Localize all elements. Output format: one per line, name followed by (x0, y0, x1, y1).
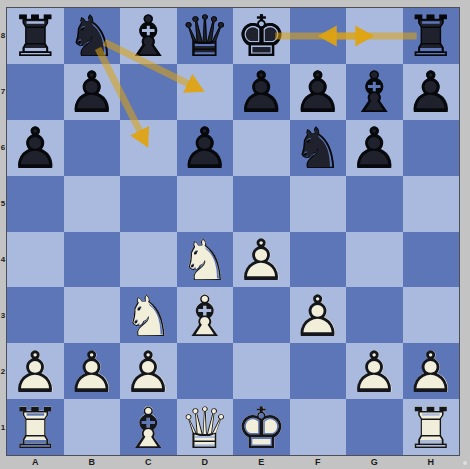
square-f6[interactable]: ♞♘ (290, 120, 347, 176)
piece-glyph-outline: ♗ (346, 65, 403, 121)
white-pawn-c2[interactable]: ♟♙ (120, 343, 177, 399)
file-label-h: H (421, 456, 441, 468)
square-a4[interactable] (7, 232, 64, 288)
piece-glyph-fill: ♟ (64, 344, 121, 400)
square-d1[interactable]: ♛♕ (177, 399, 234, 455)
white-rook-a1[interactable]: ♜♖ (7, 399, 64, 455)
file-label-g: G (364, 456, 384, 468)
square-e3[interactable] (233, 287, 290, 343)
file-label-c: C (138, 456, 158, 468)
square-e5[interactable] (233, 176, 290, 232)
piece-glyph-fill: ♝ (346, 65, 403, 121)
piece-glyph-outline: ♖ (403, 9, 460, 65)
square-e8[interactable]: ♚♔ (233, 8, 290, 64)
white-pawn-e4[interactable]: ♟♙ (233, 232, 290, 288)
white-bishop-c1[interactable]: ♝♗ (120, 399, 177, 455)
square-c1[interactable]: ♝♗ (120, 399, 177, 455)
square-c5[interactable] (120, 176, 177, 232)
piece-glyph-outline: ♕ (177, 9, 234, 65)
piece-glyph-fill: ♟ (403, 65, 460, 121)
rank-label-4: 4 (0, 255, 6, 264)
square-g1[interactable] (346, 399, 403, 455)
black-pawn-e7[interactable]: ♟♙ (233, 64, 290, 120)
square-g8[interactable] (346, 8, 403, 64)
piece-glyph-outline: ♖ (7, 400, 64, 456)
white-pawn-g2[interactable]: ♟♙ (346, 343, 403, 399)
piece-glyph-fill: ♞ (64, 9, 121, 65)
resize-grip-dot (463, 461, 467, 465)
black-bishop-c8[interactable]: ♝♗ (120, 8, 177, 64)
file-label-d: D (195, 456, 215, 468)
square-h5[interactable] (403, 176, 460, 232)
piece-glyph-outline: ♔ (233, 9, 290, 65)
piece-glyph-outline: ♗ (177, 288, 234, 344)
square-d3[interactable]: ♝♗ (177, 287, 234, 343)
piece-glyph-fill: ♜ (7, 400, 64, 456)
square-f3[interactable]: ♟♙ (290, 287, 347, 343)
square-b6[interactable] (64, 120, 121, 176)
piece-glyph-outline: ♙ (7, 344, 64, 400)
piece-glyph-outline: ♙ (403, 344, 460, 400)
piece-glyph-fill: ♜ (403, 9, 460, 65)
square-b4[interactable] (64, 232, 121, 288)
piece-glyph-fill: ♟ (7, 121, 64, 177)
piece-glyph-outline: ♘ (177, 233, 234, 289)
white-knight-c3[interactable]: ♞♘ (120, 287, 177, 343)
piece-glyph-outline: ♙ (233, 65, 290, 121)
black-rook-a8[interactable]: ♜♖ (7, 8, 64, 64)
piece-glyph-outline: ♘ (64, 9, 121, 65)
piece-glyph-fill: ♞ (177, 233, 234, 289)
black-pawn-d6[interactable]: ♟♙ (177, 120, 234, 176)
rank-label-2: 2 (0, 367, 6, 376)
piece-glyph-outline: ♗ (120, 9, 177, 65)
square-d6[interactable]: ♟♙ (177, 120, 234, 176)
piece-glyph-outline: ♔ (233, 400, 290, 456)
square-d5[interactable] (177, 176, 234, 232)
square-h4[interactable] (403, 232, 460, 288)
piece-glyph-outline: ♙ (290, 288, 347, 344)
black-pawn-g6[interactable]: ♟♙ (346, 120, 403, 176)
piece-glyph-outline: ♙ (64, 65, 121, 121)
square-g6[interactable]: ♟♙ (346, 120, 403, 176)
piece-glyph-fill: ♟ (403, 344, 460, 400)
rank-label-3: 3 (0, 311, 6, 320)
square-b3[interactable] (64, 287, 121, 343)
rank-label-5: 5 (0, 199, 6, 208)
square-h7[interactable]: ♟♙ (403, 64, 460, 120)
white-pawn-f3[interactable]: ♟♙ (290, 287, 347, 343)
file-label-f: F (308, 456, 328, 468)
piece-glyph-outline: ♖ (403, 400, 460, 456)
square-b8[interactable]: ♞♘ (64, 8, 121, 64)
square-h3[interactable] (403, 287, 460, 343)
square-d7[interactable] (177, 64, 234, 120)
piece-glyph-outline: ♙ (290, 65, 347, 121)
piece-glyph-outline: ♙ (7, 121, 64, 177)
piece-glyph-outline: ♙ (346, 121, 403, 177)
piece-glyph-fill: ♝ (120, 400, 177, 456)
white-king-e1[interactable]: ♚♔ (233, 399, 290, 455)
square-a8[interactable]: ♜♖ (7, 8, 64, 64)
piece-glyph-fill: ♟ (120, 344, 177, 400)
piece-glyph-fill: ♟ (233, 233, 290, 289)
piece-glyph-fill: ♟ (7, 344, 64, 400)
piece-glyph-outline: ♕ (177, 400, 234, 456)
square-f7[interactable]: ♟♙ (290, 64, 347, 120)
square-c8[interactable]: ♝♗ (120, 8, 177, 64)
square-a3[interactable] (7, 287, 64, 343)
file-label-e: E (251, 456, 271, 468)
piece-glyph-fill: ♟ (233, 65, 290, 121)
black-knight-b8[interactable]: ♞♘ (64, 8, 121, 64)
square-f1[interactable] (290, 399, 347, 455)
piece-glyph-outline: ♙ (120, 344, 177, 400)
black-rook-h8[interactable]: ♜♖ (403, 8, 460, 64)
piece-glyph-fill: ♛ (177, 9, 234, 65)
white-pawn-a2[interactable]: ♟♙ (7, 343, 64, 399)
piece-glyph-fill: ♜ (403, 400, 460, 456)
piece-glyph-outline: ♘ (120, 288, 177, 344)
rank-label-6: 6 (0, 143, 6, 152)
square-e2[interactable] (233, 343, 290, 399)
piece-glyph-fill: ♛ (177, 400, 234, 456)
black-pawn-b7[interactable]: ♟♙ (64, 64, 121, 120)
square-b5[interactable] (64, 176, 121, 232)
square-h8[interactable]: ♜♖ (403, 8, 460, 64)
square-f8[interactable] (290, 8, 347, 64)
piece-glyph-outline: ♙ (403, 65, 460, 121)
piece-glyph-outline: ♖ (7, 9, 64, 65)
piece-glyph-fill: ♞ (120, 288, 177, 344)
black-king-e8[interactable]: ♚♔ (233, 8, 290, 64)
white-knight-d4[interactable]: ♞♘ (177, 232, 234, 288)
piece-glyph-fill: ♟ (290, 65, 347, 121)
square-c2[interactable]: ♟♙ (120, 343, 177, 399)
square-h6[interactable] (403, 120, 460, 176)
square-a1[interactable]: ♜♖ (7, 399, 64, 455)
piece-glyph-fill: ♟ (290, 288, 347, 344)
white-bishop-d3[interactable]: ♝♗ (177, 287, 234, 343)
square-h2[interactable]: ♟♙ (403, 343, 460, 399)
black-pawn-f7[interactable]: ♟♙ (290, 64, 347, 120)
white-pawn-b2[interactable]: ♟♙ (64, 343, 121, 399)
file-label-b: B (82, 456, 102, 468)
square-b1[interactable] (64, 399, 121, 455)
piece-glyph-fill: ♟ (64, 65, 121, 121)
piece-glyph-fill: ♚ (233, 400, 290, 456)
square-a5[interactable] (7, 176, 64, 232)
piece-glyph-outline: ♙ (346, 344, 403, 400)
piece-glyph-fill: ♟ (346, 121, 403, 177)
white-queen-d1[interactable]: ♛♕ (177, 399, 234, 455)
piece-glyph-outline: ♙ (233, 233, 290, 289)
square-g2[interactable]: ♟♙ (346, 343, 403, 399)
black-pawn-a6[interactable]: ♟♙ (7, 120, 64, 176)
square-d8[interactable]: ♛♕ (177, 8, 234, 64)
square-a7[interactable] (7, 64, 64, 120)
square-g7[interactable]: ♝♗ (346, 64, 403, 120)
piece-glyph-fill: ♝ (177, 288, 234, 344)
square-f5[interactable] (290, 176, 347, 232)
square-a2[interactable]: ♟♙ (7, 343, 64, 399)
square-g5[interactable] (346, 176, 403, 232)
piece-glyph-outline: ♙ (64, 344, 121, 400)
board-frame: ♜♖♞♘♝♗♛♕♚♔♜♖♟♙♟♙♟♙♝♗♟♙♟♙♟♙♞♘♟♙♞♘♟♙♞♘♝♗♟♙… (0, 0, 470, 469)
square-d2[interactable] (177, 343, 234, 399)
square-b7[interactable]: ♟♙ (64, 64, 121, 120)
white-rook-h1[interactable]: ♜♖ (403, 399, 460, 455)
square-b2[interactable]: ♟♙ (64, 343, 121, 399)
piece-glyph-fill: ♟ (177, 121, 234, 177)
square-c3[interactable]: ♞♘ (120, 287, 177, 343)
square-g3[interactable] (346, 287, 403, 343)
square-h1[interactable]: ♜♖ (403, 399, 460, 455)
black-bishop-g7[interactable]: ♝♗ (346, 64, 403, 120)
chess-board[interactable]: ♜♖♞♘♝♗♛♕♚♔♜♖♟♙♟♙♟♙♝♗♟♙♟♙♟♙♞♘♟♙♞♘♟♙♞♘♝♗♟♙… (6, 7, 460, 456)
square-c6[interactable] (120, 120, 177, 176)
piece-glyph-fill: ♜ (7, 9, 64, 65)
piece-glyph-fill: ♝ (120, 9, 177, 65)
file-label-a: A (25, 456, 45, 468)
piece-glyph-fill: ♟ (346, 344, 403, 400)
black-pawn-h7[interactable]: ♟♙ (403, 64, 460, 120)
piece-glyph-outline: ♙ (177, 121, 234, 177)
square-c4[interactable] (120, 232, 177, 288)
piece-glyph-fill: ♞ (290, 121, 347, 177)
piece-glyph-fill: ♚ (233, 9, 290, 65)
square-g4[interactable] (346, 232, 403, 288)
square-a6[interactable]: ♟♙ (7, 120, 64, 176)
rank-label-7: 7 (0, 87, 6, 96)
black-queen-d8[interactable]: ♛♕ (177, 8, 234, 64)
square-e7[interactable]: ♟♙ (233, 64, 290, 120)
square-f2[interactable] (290, 343, 347, 399)
black-knight-f6[interactable]: ♞♘ (290, 120, 347, 176)
square-f4[interactable] (290, 232, 347, 288)
square-c7[interactable] (120, 64, 177, 120)
square-e1[interactable]: ♚♔ (233, 399, 290, 455)
square-d4[interactable]: ♞♘ (177, 232, 234, 288)
piece-glyph-outline: ♗ (120, 400, 177, 456)
white-pawn-h2[interactable]: ♟♙ (403, 343, 460, 399)
rank-label-1: 1 (0, 423, 6, 432)
piece-glyph-outline: ♘ (290, 121, 347, 177)
rank-label-8: 8 (0, 31, 6, 40)
square-e6[interactable] (233, 120, 290, 176)
square-e4[interactable]: ♟♙ (233, 232, 290, 288)
